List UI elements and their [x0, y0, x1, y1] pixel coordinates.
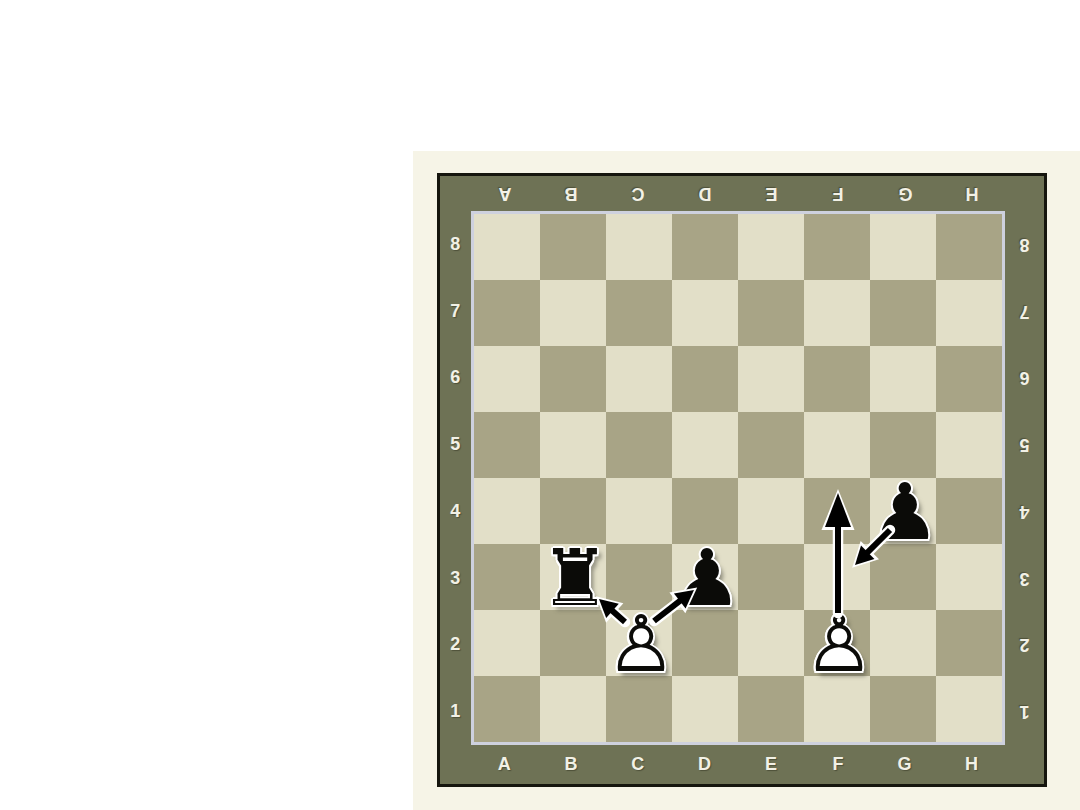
file-label-b: B	[538, 176, 605, 211]
file-label-b: B	[538, 745, 605, 784]
file-label-f: F	[805, 745, 872, 784]
chess-board: ABCDEFGH 87654321 87654321 ABCDEFGH ♜♟♟♟…	[437, 173, 1047, 787]
rank-label-3: 3	[440, 545, 471, 612]
file-label-e: E	[738, 176, 805, 211]
file-label-f: F	[805, 176, 872, 211]
pieces-layer: ♜♟♟♟♙♟♙	[474, 214, 1002, 742]
file-label-c: C	[605, 176, 672, 211]
rank-label-5: 5	[1005, 411, 1044, 478]
rank-label-6: 6	[440, 345, 471, 412]
lesson-panel: ABCDEFGH 87654321 87654321 ABCDEFGH ♜♟♟♟…	[413, 151, 1080, 810]
rank-label-1: 1	[1005, 678, 1044, 745]
piece-white-pawn-c2: ♟♙	[606, 610, 672, 676]
file-label-a: A	[471, 745, 538, 784]
file-label-e: E	[738, 745, 805, 784]
rank-label-7: 7	[440, 278, 471, 345]
rank-labels-left: 87654321	[440, 211, 471, 745]
file-label-h: H	[938, 745, 1005, 784]
file-labels-bottom: ABCDEFGH	[471, 745, 1005, 784]
rank-label-8: 8	[440, 211, 471, 278]
rank-label-3: 3	[1005, 545, 1044, 612]
file-label-a: A	[471, 176, 538, 211]
file-label-g: G	[872, 745, 939, 784]
rank-label-1: 1	[440, 678, 471, 745]
rank-label-8: 8	[1005, 211, 1044, 278]
page: ABCDEFGH 87654321 87654321 ABCDEFGH ♜♟♟♟…	[0, 0, 1080, 810]
rank-label-4: 4	[1005, 478, 1044, 545]
rank-label-4: 4	[440, 478, 471, 545]
rank-label-5: 5	[440, 411, 471, 478]
file-label-h: H	[938, 176, 1005, 211]
file-label-g: G	[872, 176, 939, 211]
rank-label-2: 2	[1005, 612, 1044, 679]
piece-black-rook-b3: ♜	[540, 544, 606, 610]
file-label-d: D	[671, 745, 738, 784]
file-labels-top: ABCDEFGH	[471, 176, 1005, 211]
board-inner: ♜♟♟♟♙♟♙	[471, 211, 1005, 745]
file-label-d: D	[671, 176, 738, 211]
rank-label-2: 2	[440, 612, 471, 679]
rank-label-6: 6	[1005, 345, 1044, 412]
piece-white-pawn-f2: ♟♙	[804, 610, 870, 676]
rank-label-7: 7	[1005, 278, 1044, 345]
piece-black-pawn-g4: ♟	[870, 478, 936, 544]
piece-black-pawn-d3: ♟	[672, 544, 738, 610]
rank-labels-right: 87654321	[1005, 211, 1044, 745]
file-label-c: C	[605, 745, 672, 784]
